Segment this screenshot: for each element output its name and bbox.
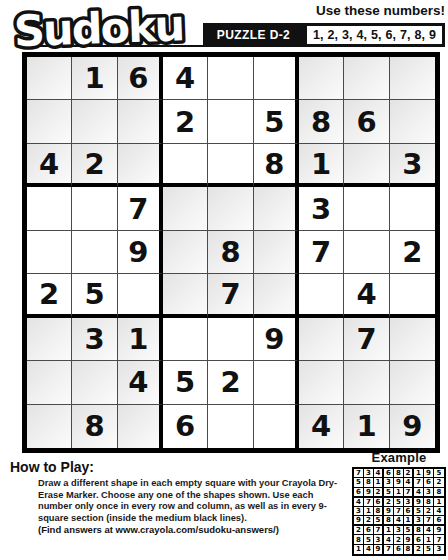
example-cell-r1c2: 3: [364, 469, 374, 478]
example-cell-r5c1: 3: [354, 507, 364, 516]
example-cell-r1c4: 6: [384, 469, 394, 478]
grid-cell-r1c8[interactable]: [344, 57, 389, 100]
example-cell-r9c5: 6: [394, 545, 404, 554]
grid-cell-r6c1[interactable]: 2: [27, 274, 72, 317]
grid-cell-r7c5[interactable]: [208, 318, 253, 361]
grid-cell-r9c9[interactable]: 9: [390, 405, 435, 448]
example-cell-r8c7: 6: [414, 535, 424, 544]
grid-cell-r5c6[interactable]: [254, 231, 299, 274]
grid-cell-r8c1[interactable]: [27, 361, 72, 404]
example-cell-r7c6: 5: [404, 526, 414, 535]
grid-cell-r6c6[interactable]: [254, 274, 299, 317]
grid-cell-r7c4[interactable]: [163, 318, 208, 361]
grid-cell-r2c7[interactable]: 8: [299, 100, 344, 143]
grid-cell-r9c2[interactable]: 8: [72, 405, 117, 448]
grid-cell-r1c9[interactable]: [390, 57, 435, 100]
grid-cell-r9c7[interactable]: 4: [299, 405, 344, 448]
example-cell-r9c9: 3: [434, 545, 444, 554]
example-cell-r8c1: 8: [354, 535, 364, 544]
grid-cell-r2c1[interactable]: [27, 100, 72, 143]
example-cell-r2c2: 8: [364, 478, 374, 487]
example-cell-r9c1: 1: [354, 545, 364, 554]
grid-cell-r5c3[interactable]: 9: [118, 231, 163, 274]
grid-cell-r3c6[interactable]: 8: [254, 144, 299, 187]
grid-cell-r8c2[interactable]: [72, 361, 117, 404]
grid-cell-r5c4[interactable]: [163, 231, 208, 274]
grid-cell-r9c8[interactable]: 1: [344, 405, 389, 448]
grid-cell-r1c4[interactable]: 4: [163, 57, 208, 100]
grid-cell-r3c3[interactable]: [118, 144, 163, 187]
example-cell-r7c8: 4: [424, 526, 434, 535]
example-cell-r5c9: 4: [434, 507, 444, 516]
grid-cell-r7c8[interactable]: 7: [344, 318, 389, 361]
grid-cell-r3c4[interactable]: [163, 144, 208, 187]
example-cell-r6c7: 3: [414, 516, 424, 526]
example-cell-r1c3: 4: [374, 469, 384, 478]
example-cell-r6c1: 9: [354, 516, 364, 526]
example-cell-r7c4: 1: [384, 526, 394, 535]
grid-cell-r2c9[interactable]: [390, 100, 435, 143]
example-cell-r9c6: 8: [404, 545, 414, 554]
sudoku-logo-svg: Sudoku: [8, 0, 223, 56]
grid-cell-r1c2[interactable]: 1: [72, 57, 117, 100]
example-cell-r1c7: 1: [414, 469, 424, 478]
example-cell-r2c7: 7: [414, 478, 424, 487]
example-cell-r5c7: 5: [414, 507, 424, 516]
example-cell-r7c7: 8: [414, 526, 424, 535]
instructions-text: Draw a different shape in each empty squ…: [38, 478, 342, 524]
example-cell-r7c9: 9: [434, 526, 444, 535]
grid-cell-r7c6[interactable]: 9: [254, 318, 299, 361]
grid-cell-r3c7[interactable]: 1: [299, 144, 344, 187]
grid-cell-r9c5[interactable]: [208, 405, 253, 448]
grid-cell-r2c8[interactable]: 6: [344, 100, 389, 143]
grid-cell-r6c5[interactable]: 7: [208, 274, 253, 317]
example-cell-r1c9: 5: [434, 469, 444, 478]
example-cell-r8c3: 3: [374, 535, 384, 544]
grid-cell-r7c1[interactable]: [27, 318, 72, 361]
grid-cell-r4c6[interactable]: [254, 187, 299, 230]
grid-cell-r3c8[interactable]: [344, 144, 389, 187]
example-cell-r3c1: 6: [354, 488, 364, 498]
example-cell-r3c4: 5: [384, 488, 394, 498]
example-cell-r9c4: 7: [384, 545, 394, 554]
grid-cell-r5c7[interactable]: 7: [299, 231, 344, 274]
example-cell-r1c5: 8: [394, 469, 404, 478]
sudoku-grid: 1642586428137398722574319745286419: [22, 52, 440, 453]
example-cell-r6c3: 5: [374, 516, 384, 526]
grid-cell-r2c4[interactable]: 2: [163, 100, 208, 143]
grid-cell-r4c4[interactable]: [163, 187, 208, 230]
page-title: Sudoku: [13, 0, 184, 56]
grid-cell-r4c7[interactable]: 3: [299, 187, 344, 230]
example-cell-r3c9: 8: [434, 488, 444, 498]
grid-cell-r4c1[interactable]: [27, 187, 72, 230]
example-cell-r5c2: 1: [364, 507, 374, 516]
example-cell-r8c5: 2: [394, 535, 404, 544]
sudoku-logo: Sudoku: [8, 0, 223, 56]
example-cell-r6c5: 4: [394, 516, 404, 526]
grid-cell-r1c7[interactable]: [299, 57, 344, 100]
grid-cell-r8c5[interactable]: 2: [208, 361, 253, 404]
example-cell-r4c2: 7: [364, 498, 374, 507]
example-cell-r2c1: 5: [354, 478, 364, 487]
grid-cell-r7c2[interactable]: 3: [72, 318, 117, 361]
example-cell-r2c4: 3: [384, 478, 394, 487]
example-cell-r7c2: 6: [364, 526, 374, 535]
example-cell-r5c3: 8: [374, 507, 384, 516]
example-cell-r8c2: 5: [364, 535, 374, 544]
grid-cell-r2c3[interactable]: [118, 100, 163, 143]
example-cell-r5c4: 9: [384, 507, 394, 516]
example-cell-r3c2: 9: [364, 488, 374, 498]
grid-cell-r5c2[interactable]: [72, 231, 117, 274]
example-cell-r8c6: 9: [404, 535, 414, 544]
example-cell-r7c1: 2: [354, 526, 364, 535]
example-cell-r4c9: 1: [434, 498, 444, 507]
grid-cell-r5c8[interactable]: [344, 231, 389, 274]
example-cell-r5c5: 7: [394, 507, 404, 516]
example-cell-r9c3: 9: [374, 545, 384, 554]
grid-cell-r3c1[interactable]: 4: [27, 144, 72, 187]
grid-cell-r3c5[interactable]: [208, 144, 253, 187]
grid-cell-r2c5[interactable]: [208, 100, 253, 143]
grid-cell-r4c8[interactable]: [344, 187, 389, 230]
example-cell-r5c8: 2: [424, 507, 434, 516]
example-cell-r4c7: 9: [414, 498, 424, 507]
example-cell-r6c8: 7: [424, 516, 434, 526]
grid-cell-r9c6[interactable]: [254, 405, 299, 448]
example-cell-r2c3: 1: [374, 478, 384, 487]
example-cell-r4c6: 3: [404, 498, 414, 507]
grid-cell-r8c9[interactable]: [390, 361, 435, 404]
example-cell-r3c3: 2: [374, 488, 384, 498]
example-cell-r4c4: 2: [384, 498, 394, 507]
example-cell-r1c6: 2: [404, 469, 414, 478]
grid-cell-r6c9[interactable]: [390, 274, 435, 317]
example-cell-r1c1: 7: [354, 469, 364, 478]
grid-cell-r8c4[interactable]: 5: [163, 361, 208, 404]
grid-cell-r1c5[interactable]: [208, 57, 253, 100]
example-cell-r8c4: 4: [384, 535, 394, 544]
example-cell-r2c6: 4: [404, 478, 414, 487]
grid-cell-r4c2[interactable]: [72, 187, 117, 230]
grid-cell-r6c3[interactable]: [118, 274, 163, 317]
example-cell-r4c8: 8: [424, 498, 434, 507]
answers-url-note: (Find answers at www.crayola.com/sudoku-…: [38, 524, 279, 535]
example-cell-r4c5: 5: [394, 498, 404, 507]
grid-cell-r5c9[interactable]: 2: [390, 231, 435, 274]
example-cell-r3c6: 7: [404, 488, 414, 498]
example-cell-r3c5: 1: [394, 488, 404, 498]
grid-cell-r3c9[interactable]: 3: [390, 144, 435, 187]
grid-cell-r2c6[interactable]: 5: [254, 100, 299, 143]
example-cell-r1c8: 9: [424, 469, 434, 478]
grid-cell-r1c6[interactable]: [254, 57, 299, 100]
grid-cell-r9c4[interactable]: 6: [163, 405, 208, 448]
grid-cell-r2c2[interactable]: [72, 100, 117, 143]
grid-cell-r9c3[interactable]: [118, 405, 163, 448]
example-cell-r8c9: 7: [434, 535, 444, 544]
example-cell-r2c8: 6: [424, 478, 434, 487]
use-numbers-label: Use these numbers!: [316, 3, 445, 18]
grid-cell-r6c7[interactable]: [299, 274, 344, 317]
grid-cell-r6c2[interactable]: 5: [72, 274, 117, 317]
grid-cell-r8c8[interactable]: [344, 361, 389, 404]
grid-cell-r9c1[interactable]: [27, 405, 72, 448]
example-cell-r4c3: 6: [374, 498, 384, 507]
grid-cell-r4c9[interactable]: [390, 187, 435, 230]
grid-cell-r5c1[interactable]: [27, 231, 72, 274]
example-cell-r9c8: 5: [424, 545, 434, 554]
example-label: Example: [352, 450, 446, 465]
grid-cell-r4c5[interactable]: [208, 187, 253, 230]
grid-cell-r1c3[interactable]: 6: [118, 57, 163, 100]
grid-cell-r8c6[interactable]: [254, 361, 299, 404]
example-cell-r6c6: 1: [404, 516, 414, 526]
example-cell-r3c8: 3: [424, 488, 434, 498]
example-cell-r6c9: 6: [434, 516, 444, 526]
grid-cell-r6c8[interactable]: 4: [344, 274, 389, 317]
example-cell-r8c8: 1: [424, 535, 434, 544]
example-cell-r7c5: 3: [394, 526, 404, 535]
how-to-play-heading: How to Play:: [10, 459, 94, 475]
example-cell-r3c7: 4: [414, 488, 424, 498]
grid-cell-r1c1[interactable]: [27, 57, 72, 100]
grid-cell-r4c3[interactable]: 7: [118, 187, 163, 230]
example-cell-r5c6: 6: [404, 507, 414, 516]
grid-cell-r5c5[interactable]: 8: [208, 231, 253, 274]
example-cell-r2c9: 2: [434, 478, 444, 487]
example-cell-r7c3: 7: [374, 526, 384, 535]
sudoku-page: Sudoku PUZZLE D-2 Use these numbers! 1, …: [0, 0, 448, 560]
example-cell-r6c2: 2: [364, 516, 374, 526]
example-cell-r9c2: 4: [364, 545, 374, 554]
example-grid: 7346821955813947626925174384762539813189…: [352, 467, 446, 556]
grid-cell-r3c2[interactable]: 2: [72, 144, 117, 187]
example-cell-r9c7: 2: [414, 545, 424, 554]
grid-cell-r7c9[interactable]: [390, 318, 435, 361]
grid-cell-r6c4[interactable]: [163, 274, 208, 317]
grid-cell-r7c7[interactable]: [299, 318, 344, 361]
allowed-numbers-box: 1, 2, 3, 4, 5, 6, 7, 8, 9: [304, 23, 445, 47]
example-cell-r2c5: 9: [394, 478, 404, 487]
grid-cell-r8c7[interactable]: [299, 361, 344, 404]
example-cell-r6c4: 8: [384, 516, 394, 526]
grid-cell-r8c3[interactable]: 4: [118, 361, 163, 404]
grid-cell-r7c3[interactable]: 1: [118, 318, 163, 361]
example-cell-r4c1: 4: [354, 498, 364, 507]
